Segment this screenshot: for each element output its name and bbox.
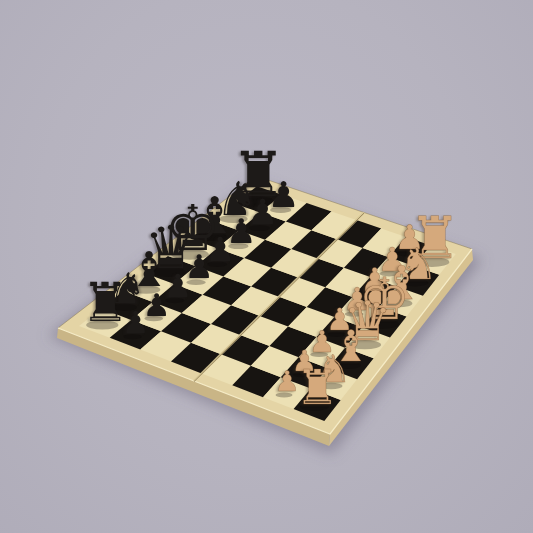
piece-contact-shadow	[310, 352, 328, 357]
piece-contact-shadow	[364, 319, 399, 329]
piece-contact-shadow	[86, 320, 118, 329]
piece-contact-shadow	[219, 215, 247, 223]
piece-contact-shadow	[132, 286, 160, 294]
piece-contact-shadow	[197, 232, 227, 241]
piece-contact-shadow	[348, 340, 381, 349]
piece-contact-shadow	[384, 299, 412, 307]
piece-contact-shadow	[362, 291, 381, 296]
piece-contact-shadow	[345, 311, 364, 316]
piece-contact-shadow	[415, 257, 450, 267]
piece-contact-shadow	[207, 261, 227, 267]
piece-contact-shadow	[123, 334, 141, 339]
piece-contact-shadow	[300, 403, 329, 411]
piece-contact-shadow	[402, 279, 428, 286]
piece-contact-shadow	[270, 207, 291, 213]
piece-contact-shadow	[237, 196, 274, 207]
piece-contact-shadow	[249, 225, 270, 231]
piece-contact-shadow	[186, 280, 206, 286]
piece-contact-shadow	[165, 298, 184, 303]
piece-contact-shadow	[327, 332, 345, 337]
piece-contact-shadow	[150, 267, 186, 277]
piece-contact-shadow	[144, 316, 163, 321]
piece-contact-shadow	[293, 372, 310, 377]
piece-contact-shadow	[335, 362, 361, 369]
piece-contact-shadow	[397, 251, 417, 257]
chessboard	[0, 0, 533, 533]
piece-contact-shadow	[228, 243, 248, 249]
piece-contact-shadow	[320, 383, 343, 389]
chess-set-photo: ♜♟♞♟♝♟♟♚♜♟♛♟♟♞♝♟♟♝♞♟♟♚♜♟♟♛♟♝♟♞♟♜	[0, 0, 533, 533]
piece-contact-shadow	[171, 249, 209, 260]
piece-contact-shadow	[111, 304, 136, 311]
piece-contact-shadow	[379, 271, 399, 277]
piece-contact-shadow	[276, 393, 293, 398]
